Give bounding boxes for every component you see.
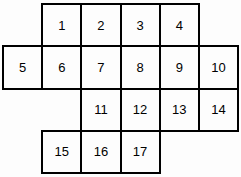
grid-cell-10: 10	[199, 46, 238, 88]
grid-cell-17: 17	[121, 131, 160, 173]
grid-cell-5: 5	[3, 46, 42, 88]
grid-cell-7: 7	[81, 46, 120, 88]
grid-cell-3: 3	[121, 4, 160, 46]
grid-cell-16: 16	[81, 131, 120, 173]
grid-cell-13: 13	[160, 89, 199, 131]
grid-cell-1: 1	[42, 4, 81, 46]
grid-cell-2: 2	[81, 4, 120, 46]
grid-cell-8: 8	[121, 46, 160, 88]
puzzle-board: 1234567891011121314151617	[3, 4, 238, 173]
grid-cell-4: 4	[160, 4, 199, 46]
grid-cell-15: 15	[42, 131, 81, 173]
grid-cell-11: 11	[81, 89, 120, 131]
grid-cell-14: 14	[199, 89, 238, 131]
grid-cell-12: 12	[121, 89, 160, 131]
grid-cell-6: 6	[42, 46, 81, 88]
grid-cell-9: 9	[160, 46, 199, 88]
